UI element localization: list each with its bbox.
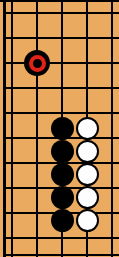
white-stone [76,186,99,209]
black-stone [51,209,74,232]
grid-line-horizontal [3,87,119,89]
white-stone [76,117,99,140]
grid-line-horizontal [3,37,119,39]
black-stone [51,186,74,209]
grid-line-horizontal [3,112,119,114]
black-stone [51,117,74,140]
white-stone [76,163,99,186]
red-circle-marker [29,55,46,72]
black-stone [51,140,74,163]
black-stone [51,163,74,186]
grid-line-horizontal [3,237,119,239]
grid-line-horizontal [3,12,119,14]
white-stone [76,209,99,232]
top-cut-line [0,0,119,2]
go-board [0,0,119,257]
grid-line-horizontal [3,62,119,64]
marked-black-stone [24,50,50,76]
white-stone [76,140,99,163]
